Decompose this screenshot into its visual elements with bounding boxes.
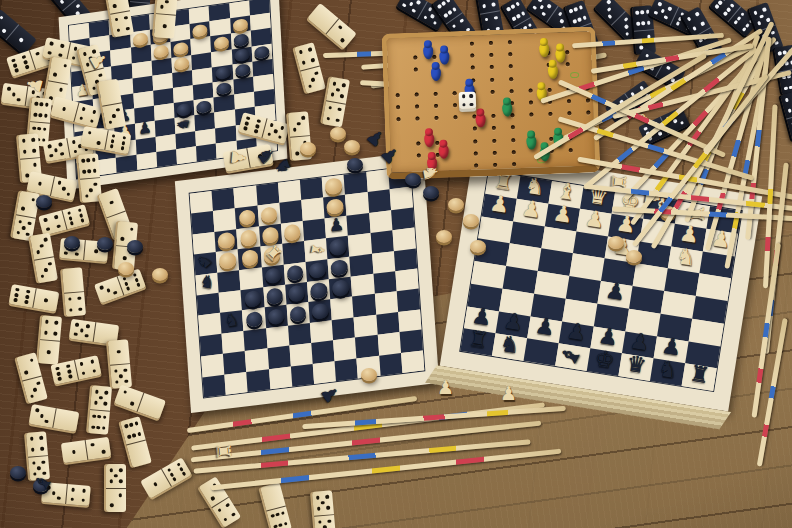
loose-disc-dark[interactable] bbox=[127, 240, 143, 253]
loose-disc-dark[interactable] bbox=[347, 158, 363, 171]
peg-hole bbox=[473, 139, 477, 143]
domino-pip bbox=[93, 169, 97, 173]
wooden-domino[interactable] bbox=[114, 384, 166, 419]
domino-pip bbox=[90, 119, 94, 123]
light-square bbox=[333, 338, 356, 361]
domino-half bbox=[154, 13, 176, 39]
domino-pip bbox=[59, 88, 63, 92]
domino-pip bbox=[121, 141, 125, 145]
domino-pip bbox=[97, 426, 101, 430]
domino-pip bbox=[40, 447, 44, 451]
domino-pip bbox=[332, 82, 336, 86]
domino-pip bbox=[83, 52, 87, 56]
domino-pip bbox=[280, 126, 284, 130]
domino-pip bbox=[130, 227, 134, 231]
checkers-board-center: ♞♞♞♟♜♝ bbox=[175, 151, 439, 413]
domino-pip bbox=[446, 0, 451, 3]
wooden-domino[interactable] bbox=[38, 315, 62, 365]
domino-half bbox=[30, 97, 52, 122]
peg-hole bbox=[453, 115, 457, 119]
domino-pip bbox=[737, 16, 742, 21]
domino-pip bbox=[122, 276, 127, 281]
white-bishop-fallen[interactable]: ♝ bbox=[308, 241, 327, 259]
light-square bbox=[198, 313, 221, 336]
domino-pip bbox=[165, 0, 169, 4]
domino-pip bbox=[753, 11, 758, 16]
domino-pip bbox=[68, 297, 72, 301]
loose-disc-tan[interactable] bbox=[361, 368, 377, 381]
loose-disc-tan[interactable] bbox=[152, 268, 168, 281]
domino-pip bbox=[423, 15, 428, 20]
wooden-domino[interactable] bbox=[322, 77, 350, 128]
black-knight[interactable]: ♞ bbox=[657, 357, 680, 382]
domino-half bbox=[52, 408, 80, 432]
loose-disc-tan[interactable] bbox=[300, 142, 316, 155]
black-queen[interactable]: ♛ bbox=[625, 352, 648, 377]
domino-pip bbox=[120, 237, 124, 241]
peg-hole bbox=[474, 151, 478, 155]
domino-pip bbox=[32, 149, 36, 153]
domino-pip bbox=[160, 5, 164, 9]
domino-pip bbox=[63, 64, 67, 68]
loose-disc-dark[interactable] bbox=[36, 195, 52, 208]
domino-pip bbox=[110, 200, 115, 205]
domino-pip bbox=[700, 21, 705, 26]
domino-pip bbox=[515, 2, 520, 7]
domino-pip bbox=[24, 300, 28, 304]
domino-pip bbox=[57, 181, 61, 185]
domino-pip bbox=[40, 102, 44, 106]
domino-pip bbox=[35, 408, 39, 412]
peg-hole bbox=[567, 111, 571, 115]
domino-pip bbox=[48, 51, 52, 55]
peg-hole bbox=[434, 92, 438, 96]
peg-hole bbox=[529, 101, 533, 105]
loose-disc-tan[interactable] bbox=[118, 262, 134, 275]
light-square bbox=[225, 372, 248, 395]
domino-half bbox=[126, 439, 152, 468]
domino-pip bbox=[60, 44, 64, 48]
black-rook[interactable]: ♜ bbox=[467, 327, 490, 352]
domino-pip bbox=[330, 92, 334, 96]
black-domino[interactable] bbox=[780, 90, 792, 142]
domino-half bbox=[80, 177, 102, 203]
domino-pip bbox=[695, 12, 700, 17]
domino-pip bbox=[130, 401, 135, 406]
black-knight[interactable]: ♞ bbox=[224, 311, 240, 330]
domino-pip bbox=[48, 262, 52, 266]
domino-pip bbox=[774, 41, 779, 46]
domino-half bbox=[34, 256, 58, 284]
black-knight-fallen[interactable]: ♞ bbox=[174, 116, 192, 132]
domino-pip bbox=[283, 521, 287, 525]
dark-square bbox=[200, 334, 223, 357]
white-pawn[interactable]: ♟ bbox=[488, 192, 511, 217]
domino-pip bbox=[30, 358, 34, 362]
domino-pip bbox=[40, 274, 44, 278]
peg-hole bbox=[511, 126, 515, 130]
wooden-domino[interactable] bbox=[106, 464, 126, 512]
domino-pip bbox=[24, 370, 28, 374]
peg-hole bbox=[548, 88, 552, 92]
white-pawn[interactable]: ♟ bbox=[551, 202, 574, 227]
black-king[interactable]: ♚ bbox=[593, 347, 616, 372]
domino-pip bbox=[99, 396, 103, 400]
ludo-peg-blue[interactable] bbox=[439, 50, 449, 64]
domino-pip bbox=[114, 474, 118, 478]
domino-pip bbox=[137, 432, 141, 436]
loose-disc-tan[interactable] bbox=[330, 127, 346, 140]
domino-pip bbox=[667, 6, 672, 11]
white-pawn[interactable]: ♟ bbox=[437, 378, 454, 397]
peg-hole bbox=[434, 116, 438, 120]
domino-pip bbox=[210, 496, 215, 501]
domino-pip bbox=[70, 221, 74, 225]
domino-pip bbox=[90, 359, 94, 363]
domino-pip bbox=[89, 188, 93, 192]
domino-pip bbox=[124, 281, 129, 286]
domino-pip bbox=[527, 23, 532, 28]
domino-pip bbox=[44, 114, 48, 118]
domino-pip bbox=[32, 461, 36, 465]
wooden-domino[interactable] bbox=[30, 233, 58, 284]
light-square bbox=[266, 325, 289, 348]
domino-pip bbox=[81, 159, 85, 163]
wooden-domino[interactable] bbox=[9, 284, 60, 312]
domino-pip bbox=[96, 141, 100, 145]
domino-half bbox=[106, 488, 126, 513]
loose-disc-tan[interactable] bbox=[608, 236, 624, 249]
domino-pip bbox=[77, 296, 81, 300]
domino-pip bbox=[56, 224, 60, 228]
peg-hole bbox=[492, 138, 496, 142]
domino-pip bbox=[787, 108, 791, 112]
light-square bbox=[245, 349, 268, 372]
domino-pip bbox=[43, 127, 47, 131]
loose-disc-tan[interactable] bbox=[436, 230, 452, 243]
domino-pip bbox=[57, 372, 61, 376]
domino-pip bbox=[342, 83, 346, 87]
domino-pip bbox=[69, 308, 73, 312]
white-pawn-fallen[interactable]: ♟ bbox=[228, 148, 248, 167]
domino-pip bbox=[441, 1, 446, 6]
domino-half bbox=[22, 375, 48, 404]
domino-pip bbox=[308, 84, 312, 88]
domino-pip bbox=[328, 106, 332, 110]
dark-square bbox=[335, 358, 358, 381]
wooden-domino[interactable] bbox=[88, 385, 112, 435]
wooden-domino[interactable] bbox=[294, 42, 326, 94]
domino-pip bbox=[67, 211, 71, 215]
ludo-peg-yellow[interactable] bbox=[539, 43, 549, 57]
domino-pip bbox=[119, 493, 123, 497]
domino-pip bbox=[78, 307, 82, 311]
domino-half bbox=[786, 113, 792, 142]
peg-hole bbox=[509, 77, 513, 81]
domino-pip bbox=[132, 433, 136, 437]
domino-pip bbox=[569, 9, 574, 14]
domino-pip bbox=[44, 331, 48, 335]
domino-pip bbox=[22, 226, 26, 230]
dark-square bbox=[279, 200, 302, 223]
black-pawn[interactable]: ♟ bbox=[565, 320, 588, 345]
loose-disc-tan[interactable] bbox=[626, 250, 642, 263]
domino-pip bbox=[48, 144, 52, 148]
domino-pip bbox=[46, 227, 50, 231]
dark-square bbox=[350, 253, 373, 276]
domino-pip bbox=[129, 423, 133, 427]
domino-pip bbox=[516, 14, 521, 19]
peg-hole bbox=[491, 114, 495, 118]
dark-square bbox=[116, 155, 137, 173]
domino-pip bbox=[785, 98, 789, 102]
domino-pip bbox=[676, 21, 681, 26]
domino-pip bbox=[19, 37, 24, 42]
domino-pip bbox=[340, 94, 344, 98]
peg-hole bbox=[396, 105, 400, 109]
white-rook-fallen[interactable]: ♜ bbox=[213, 442, 233, 461]
domino-pip bbox=[41, 460, 45, 464]
domino-pip bbox=[77, 208, 81, 212]
black-knight[interactable]: ♞ bbox=[498, 332, 521, 357]
domino-pip bbox=[680, 120, 685, 125]
white-knight-fallen[interactable]: ♞ bbox=[420, 163, 442, 183]
ludo-peg-green[interactable] bbox=[526, 135, 536, 149]
domino-half bbox=[69, 319, 95, 342]
die-showing-4[interactable] bbox=[459, 92, 477, 110]
domino-pip bbox=[123, 368, 127, 372]
dark-square bbox=[217, 270, 240, 293]
domino-pip bbox=[663, 15, 668, 20]
domino-pip bbox=[54, 148, 58, 152]
domino-pip bbox=[40, 244, 44, 248]
domino-pip bbox=[539, 4, 544, 9]
loose-disc-dark[interactable] bbox=[97, 237, 113, 250]
loose-disc-dark[interactable] bbox=[423, 186, 439, 199]
domino-half bbox=[288, 111, 310, 136]
black-pawn[interactable]: ♟ bbox=[534, 315, 557, 340]
dark-square bbox=[256, 183, 279, 206]
domino-pip bbox=[23, 60, 28, 65]
domino-pip bbox=[79, 213, 83, 217]
domino-pip bbox=[86, 324, 90, 328]
domino-pip bbox=[91, 425, 95, 429]
domino-pip bbox=[50, 41, 54, 45]
domino-half bbox=[40, 315, 62, 340]
light-square bbox=[213, 209, 236, 232]
domino-pip bbox=[771, 30, 776, 35]
domino-pip bbox=[778, 51, 782, 55]
peg-hole bbox=[490, 77, 494, 81]
domino-pip bbox=[255, 124, 259, 128]
domino-pip bbox=[326, 116, 330, 120]
domino-pip bbox=[572, 19, 577, 24]
light-square bbox=[176, 146, 197, 164]
domino-pip bbox=[85, 334, 89, 338]
domino-pip bbox=[271, 514, 275, 518]
ludo-peg-red[interactable] bbox=[424, 133, 434, 147]
domino-pip bbox=[321, 501, 325, 505]
light-square bbox=[345, 192, 368, 215]
light-square bbox=[354, 315, 377, 338]
loose-disc-tan[interactable] bbox=[463, 214, 479, 227]
domino-pip bbox=[217, 508, 222, 513]
domino-pip bbox=[75, 323, 79, 327]
loose-disc-dark[interactable] bbox=[405, 173, 421, 186]
dark-square bbox=[303, 218, 326, 241]
white-knight[interactable]: ♞ bbox=[674, 245, 697, 270]
domino-pip bbox=[31, 138, 35, 142]
domino-half bbox=[61, 204, 90, 230]
black-pawn[interactable]: ♟ bbox=[604, 280, 627, 305]
domino-pip bbox=[58, 142, 62, 146]
domino-pip bbox=[30, 437, 34, 441]
ludo-peg-yellow[interactable] bbox=[548, 65, 558, 79]
ludo-peg-yellow[interactable] bbox=[555, 48, 565, 62]
domino-pip bbox=[641, 10, 645, 14]
peg-hole bbox=[415, 92, 419, 96]
white-pawn[interactable]: ♟ bbox=[520, 197, 543, 222]
ludo-peg-red[interactable] bbox=[475, 113, 485, 127]
domino-pip bbox=[762, 7, 767, 12]
domino-half bbox=[32, 288, 60, 312]
dark-square bbox=[311, 340, 334, 363]
domino-pip bbox=[267, 132, 271, 136]
squares-grid: ♜♞♝♛♚♝♜♟♟♟♟♟♟♟♟♞♟♟♟♟♟♟♟♟♜♞♝♚♛♞♜ bbox=[459, 170, 743, 392]
domino-pip bbox=[432, 21, 437, 26]
domino-pip bbox=[32, 126, 36, 130]
domino-half bbox=[43, 138, 70, 162]
dark-square bbox=[379, 353, 402, 376]
loose-disc-tan[interactable] bbox=[448, 198, 464, 211]
domino-pip bbox=[293, 128, 297, 132]
loose-disc-tan[interactable] bbox=[470, 240, 486, 253]
domino-pip bbox=[85, 194, 89, 198]
domino-pip bbox=[31, 448, 35, 452]
dark-square bbox=[391, 207, 414, 230]
start-marker-oval bbox=[570, 72, 579, 78]
domino-pip bbox=[13, 63, 18, 68]
white-pawn[interactable]: ♟ bbox=[583, 207, 606, 232]
black-pawn[interactable]: ♟ bbox=[138, 120, 152, 137]
domino-half bbox=[300, 65, 326, 94]
domino-pip bbox=[308, 47, 312, 51]
peg-hole bbox=[529, 113, 533, 117]
domino-pip bbox=[297, 122, 301, 126]
domino-pip bbox=[82, 489, 86, 493]
light-square bbox=[301, 198, 324, 221]
domino-pip bbox=[34, 102, 38, 106]
domino-pip bbox=[52, 491, 56, 495]
peg-hole bbox=[471, 66, 475, 70]
white-pawn[interactable]: ♟ bbox=[500, 384, 517, 403]
domino-pip bbox=[113, 290, 118, 295]
domino-pip bbox=[276, 512, 280, 516]
wooden-domino[interactable] bbox=[62, 267, 86, 317]
wooden-domino[interactable] bbox=[312, 490, 336, 528]
domino-half bbox=[104, 130, 132, 154]
loose-disc-dark[interactable] bbox=[64, 236, 80, 249]
domino-pip bbox=[98, 73, 102, 77]
domino-pip bbox=[106, 288, 111, 293]
domino-half bbox=[65, 484, 91, 506]
domino-half bbox=[102, 102, 126, 130]
domino-pip bbox=[787, 75, 791, 79]
domino-pip bbox=[482, 4, 486, 8]
dark-square bbox=[344, 172, 367, 195]
squares-grid: ♞♞♞♟♜♝ bbox=[189, 165, 426, 398]
domino-pip bbox=[484, 17, 488, 21]
loose-disc-tan[interactable] bbox=[344, 140, 360, 153]
wooden-domino[interactable] bbox=[307, 3, 357, 49]
domino-pip bbox=[416, 0, 421, 5]
domino-pip bbox=[172, 477, 177, 482]
peg-hole bbox=[569, 148, 573, 152]
domino-pip bbox=[311, 58, 315, 62]
domino-pip bbox=[661, 8, 666, 13]
domino-pip bbox=[39, 436, 43, 440]
domino-pip bbox=[409, 1, 414, 6]
light-square bbox=[239, 267, 262, 290]
dark-square bbox=[244, 328, 267, 351]
domino-half bbox=[64, 291, 86, 317]
die-pip bbox=[470, 94, 473, 97]
wooden-domino[interactable] bbox=[94, 268, 146, 303]
peg-hole bbox=[414, 68, 418, 72]
domino-pip bbox=[43, 218, 47, 222]
peg-hole bbox=[567, 99, 571, 103]
domino-pip bbox=[295, 152, 299, 156]
domino-pip bbox=[60, 152, 64, 156]
domino-pip bbox=[64, 251, 68, 255]
wooden-domino[interactable] bbox=[120, 416, 152, 468]
wooden-domino[interactable] bbox=[260, 482, 292, 528]
domino-pip bbox=[715, 4, 720, 9]
domino-pip bbox=[692, 26, 697, 31]
domino-pip bbox=[99, 285, 104, 290]
domino-half bbox=[90, 385, 112, 410]
domino-pip bbox=[102, 450, 106, 454]
ludo-peg-blue[interactable] bbox=[431, 67, 441, 81]
wooden-domino[interactable] bbox=[29, 404, 80, 432]
domino-pip bbox=[62, 107, 66, 111]
wooden-domino[interactable] bbox=[108, 339, 132, 389]
wooden-domino[interactable] bbox=[38, 204, 90, 236]
black-domino[interactable] bbox=[0, 9, 37, 55]
domino-pip bbox=[301, 60, 305, 64]
domino-pip bbox=[87, 158, 91, 162]
domino-pip bbox=[301, 116, 305, 120]
black-rook[interactable]: ♜ bbox=[688, 362, 711, 387]
domino-half bbox=[312, 490, 334, 515]
domino-pip bbox=[337, 107, 341, 111]
domino-pip bbox=[314, 71, 318, 75]
peg-hole bbox=[416, 141, 420, 145]
domino-pip bbox=[327, 519, 331, 523]
domino-pip bbox=[103, 402, 107, 406]
dark-square bbox=[212, 188, 235, 211]
domino-pip bbox=[607, 14, 612, 19]
wooden-domino[interactable] bbox=[61, 437, 111, 463]
black-pawn[interactable]: ♟ bbox=[328, 216, 344, 235]
loose-disc-dark[interactable] bbox=[10, 466, 26, 479]
ludo-peg-red[interactable] bbox=[438, 145, 448, 159]
dark-square bbox=[282, 241, 305, 264]
dark-square bbox=[223, 351, 246, 374]
domino-pip bbox=[82, 107, 86, 111]
domino-half bbox=[61, 440, 87, 463]
domino-pip bbox=[54, 215, 58, 219]
